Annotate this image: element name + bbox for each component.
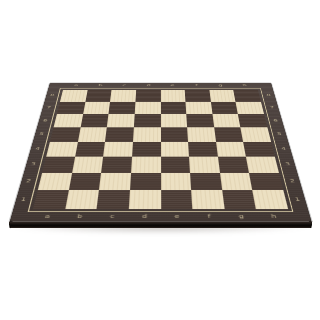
square-h7	[235, 101, 263, 113]
square-b6	[80, 114, 108, 127]
rank-label-right-6: 6	[267, 114, 283, 127]
square-f7	[185, 101, 212, 113]
file-label-top-e: e	[160, 82, 184, 87]
file-label-bottom-f: f	[192, 211, 225, 220]
square-a2	[37, 172, 71, 189]
file-label-bottom-e: e	[160, 211, 193, 220]
file-label-top-a: a	[63, 82, 88, 87]
rank-label-right-8: 8	[261, 89, 276, 101]
file-labels-bottom: abcdefgh	[29, 211, 290, 220]
square-c8	[110, 89, 136, 101]
square-d7	[134, 101, 160, 113]
square-d3	[130, 156, 160, 172]
board-front-edge	[8, 221, 312, 227]
file-label-bottom-g: g	[224, 211, 258, 220]
playing-field	[32, 89, 287, 208]
square-g2	[219, 172, 252, 189]
file-label-top-b: b	[87, 82, 112, 87]
square-c4	[103, 141, 133, 156]
file-label-top-h: h	[232, 82, 257, 87]
file-label-top-g: g	[208, 82, 233, 87]
inlay-frame	[27, 88, 293, 212]
rank-label-left-8: 8	[44, 89, 59, 101]
square-a5	[50, 127, 80, 141]
chess-board: abcdefgh abcdefgh 87654321 87654321	[9, 82, 311, 220]
square-b8	[85, 89, 112, 101]
square-f3	[189, 156, 220, 172]
square-a3	[42, 156, 75, 172]
square-e6	[160, 114, 187, 127]
file-label-bottom-c: c	[95, 211, 128, 220]
file-label-bottom-d: d	[127, 211, 160, 220]
square-d4	[131, 141, 160, 156]
square-h2	[249, 172, 283, 189]
square-f4	[188, 141, 218, 156]
square-d1	[128, 190, 160, 209]
square-e5	[160, 127, 188, 141]
square-b7	[82, 101, 109, 113]
file-label-bottom-h: h	[256, 211, 290, 220]
square-h6	[238, 114, 267, 127]
square-f6	[186, 114, 214, 127]
square-e7	[160, 101, 186, 113]
square-a4	[46, 141, 77, 156]
square-f8	[184, 89, 210, 101]
square-c1	[96, 190, 129, 209]
square-a7	[56, 101, 84, 113]
square-c5	[105, 127, 134, 141]
file-label-bottom-b: b	[62, 211, 96, 220]
product-photo: abcdefgh abcdefgh 87654321 87654321	[0, 0, 320, 320]
square-f1	[191, 190, 224, 209]
square-e1	[160, 190, 192, 209]
file-label-bottom-a: a	[29, 211, 63, 220]
square-g3	[217, 156, 249, 172]
rank-label-right-7: 7	[264, 101, 279, 113]
square-g6	[212, 114, 240, 127]
square-a6	[53, 114, 82, 127]
square-g8	[209, 89, 236, 101]
square-f5	[187, 127, 216, 141]
square-g1	[221, 190, 255, 209]
square-h3	[246, 156, 279, 172]
square-g7	[210, 101, 237, 113]
square-e4	[160, 141, 189, 156]
square-b2	[68, 172, 101, 189]
square-e8	[160, 89, 185, 101]
rank-label-left-7: 7	[40, 101, 55, 113]
square-c2	[99, 172, 131, 189]
square-a1	[32, 190, 67, 209]
square-d2	[129, 172, 160, 189]
square-d8	[135, 89, 160, 101]
square-h5	[240, 127, 270, 141]
square-b1	[64, 190, 98, 209]
square-g5	[213, 127, 242, 141]
square-a8	[60, 89, 87, 101]
square-f2	[190, 172, 222, 189]
square-e3	[160, 156, 190, 172]
square-c6	[107, 114, 135, 127]
file-labels-top: abcdefgh	[63, 82, 257, 87]
square-h1	[252, 190, 287, 209]
square-c3	[101, 156, 132, 172]
square-d5	[132, 127, 160, 141]
square-c7	[108, 101, 135, 113]
square-b5	[77, 127, 106, 141]
square-h8	[233, 89, 260, 101]
file-label-top-f: f	[184, 82, 209, 87]
square-h4	[243, 141, 274, 156]
perspective-scene: abcdefgh abcdefgh 87654321 87654321	[0, 0, 320, 320]
square-b3	[71, 156, 103, 172]
square-g4	[215, 141, 245, 156]
rank-label-left-6: 6	[37, 114, 53, 127]
square-b4	[74, 141, 104, 156]
square-e2	[160, 172, 191, 189]
file-label-top-d: d	[136, 82, 160, 87]
square-d6	[133, 114, 160, 127]
file-label-top-c: c	[111, 82, 136, 87]
